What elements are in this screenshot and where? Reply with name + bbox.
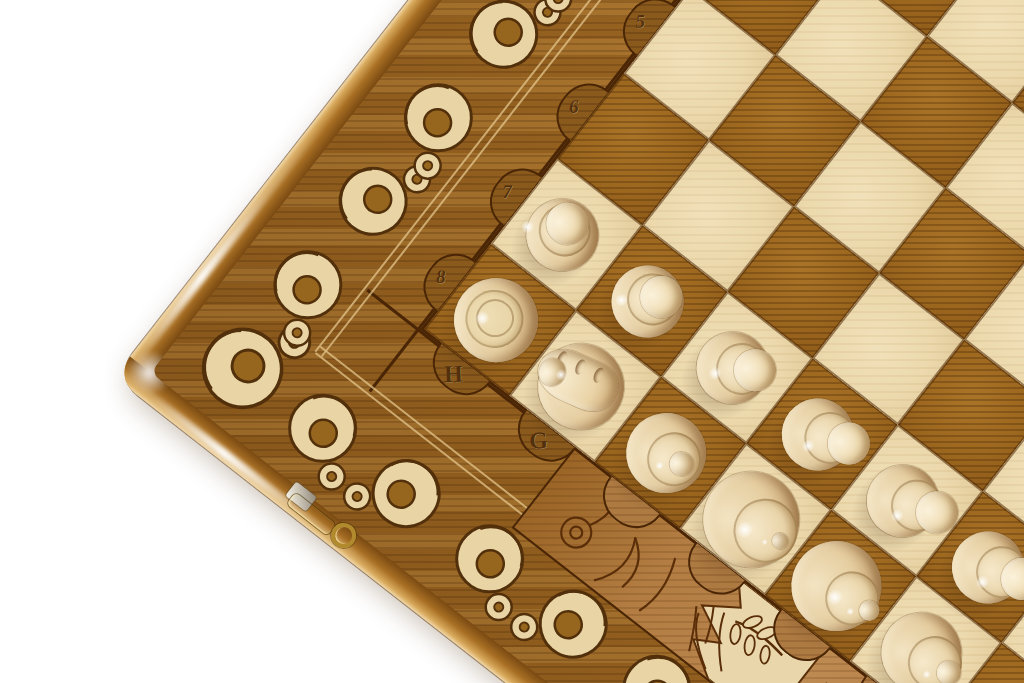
rank-label-6: 6 [569, 96, 579, 118]
rank-label-5: 5 [635, 11, 645, 33]
rank-label-7: 7 [502, 181, 512, 203]
rank-label-8: 8 [436, 266, 446, 288]
product-photo-stage: 8765HG♜♞♝♚♛♝♟♟♟♟♟♟ [0, 0, 1024, 683]
chess-board-box: 8765HG♜♞♝♚♛♝♟♟♟♟♟♟ [114, 0, 1024, 683]
knight-mane-groove [591, 366, 606, 384]
board-top-face: 8765HG♜♞♝♚♛♝♟♟♟♟♟♟ [150, 0, 1024, 683]
knight-mane-groove [572, 358, 587, 376]
